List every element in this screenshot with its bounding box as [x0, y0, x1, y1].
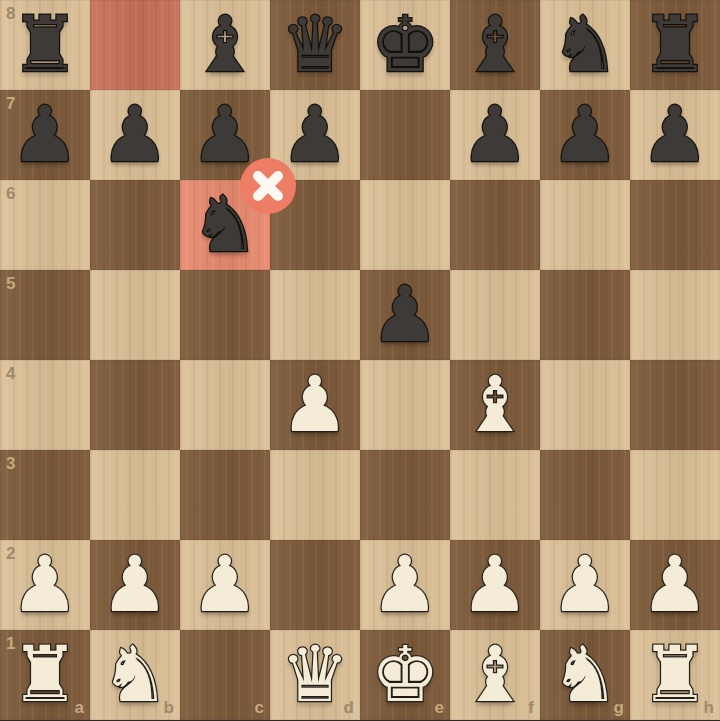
square-h3[interactable] [630, 450, 720, 540]
piece-white-pawn[interactable]: ♟ [270, 360, 360, 450]
square-g7[interactable]: ♟ [540, 90, 630, 180]
square-f3[interactable] [450, 450, 540, 540]
rank-label-7: 7 [6, 94, 15, 114]
piece-white-pawn[interactable]: ♟ [630, 540, 720, 630]
square-b4[interactable] [90, 360, 180, 450]
piece-white-pawn[interactable]: ♟ [360, 540, 450, 630]
square-f7[interactable]: ♟ [450, 90, 540, 180]
piece-white-pawn[interactable]: ♟ [90, 540, 180, 630]
cancel-x-icon [240, 158, 296, 214]
piece-white-bishop[interactable]: ♝ [450, 630, 540, 720]
square-e7[interactable] [360, 90, 450, 180]
square-b8[interactable] [90, 0, 180, 90]
square-b1[interactable]: ♞b [90, 630, 180, 720]
square-a6[interactable]: 6 [0, 180, 90, 270]
square-g3[interactable] [540, 450, 630, 540]
piece-white-pawn[interactable]: ♟ [540, 540, 630, 630]
file-label-f: f [528, 698, 534, 718]
square-e2[interactable]: ♟ [360, 540, 450, 630]
file-label-c: c [255, 698, 264, 718]
file-label-h: h [704, 698, 714, 718]
chess-app-window: ♜8♝♛♚♝♞♜♟7♟♟♟♟♟♟6♞5♟4♟♝3♟2♟♟♟♟♟♟♜1a♞bc♛d… [0, 0, 720, 721]
file-label-d: d [344, 698, 354, 718]
square-e5[interactable]: ♟ [360, 270, 450, 360]
square-d3[interactable] [270, 450, 360, 540]
square-f2[interactable]: ♟ [450, 540, 540, 630]
square-h8[interactable]: ♜ [630, 0, 720, 90]
square-c2[interactable]: ♟ [180, 540, 270, 630]
file-label-a: a [75, 698, 84, 718]
square-a4[interactable]: 4 [0, 360, 90, 450]
square-e3[interactable] [360, 450, 450, 540]
square-a7[interactable]: ♟7 [0, 90, 90, 180]
piece-white-bishop[interactable]: ♝ [450, 360, 540, 450]
piece-black-pawn[interactable]: ♟ [360, 270, 450, 360]
piece-black-knight[interactable]: ♞ [540, 0, 630, 90]
piece-white-pawn[interactable]: ♟ [180, 540, 270, 630]
square-b7[interactable]: ♟ [90, 90, 180, 180]
square-c4[interactable] [180, 360, 270, 450]
square-h1[interactable]: ♜h [630, 630, 720, 720]
rank-label-5: 5 [6, 274, 15, 294]
square-e8[interactable]: ♚ [360, 0, 450, 90]
square-f6[interactable] [450, 180, 540, 270]
square-g1[interactable]: ♞g [540, 630, 630, 720]
square-h2[interactable]: ♟ [630, 540, 720, 630]
square-g5[interactable] [540, 270, 630, 360]
square-h6[interactable] [630, 180, 720, 270]
square-c3[interactable] [180, 450, 270, 540]
file-label-e: e [435, 698, 444, 718]
square-d2[interactable] [270, 540, 360, 630]
rank-label-3: 3 [6, 454, 15, 474]
square-e4[interactable] [360, 360, 450, 450]
square-h7[interactable]: ♟ [630, 90, 720, 180]
square-a8[interactable]: ♜8 [0, 0, 90, 90]
square-b5[interactable] [90, 270, 180, 360]
square-c8[interactable]: ♝ [180, 0, 270, 90]
cancel-premove-button[interactable] [240, 158, 296, 214]
square-b6[interactable] [90, 180, 180, 270]
square-a1[interactable]: ♜1a [0, 630, 90, 720]
square-b2[interactable]: ♟ [90, 540, 180, 630]
square-f1[interactable]: ♝f [450, 630, 540, 720]
piece-black-pawn[interactable]: ♟ [450, 90, 540, 180]
square-g2[interactable]: ♟ [540, 540, 630, 630]
square-b3[interactable] [90, 450, 180, 540]
rank-label-6: 6 [6, 184, 15, 204]
piece-white-pawn[interactable]: ♟ [450, 540, 540, 630]
square-h4[interactable] [630, 360, 720, 450]
piece-black-queen[interactable]: ♛ [270, 0, 360, 90]
square-d4[interactable]: ♟ [270, 360, 360, 450]
square-f5[interactable] [450, 270, 540, 360]
rank-label-4: 4 [6, 364, 15, 384]
piece-black-rook[interactable]: ♜ [630, 0, 720, 90]
piece-black-pawn[interactable]: ♟ [540, 90, 630, 180]
square-d1[interactable]: ♛d [270, 630, 360, 720]
square-g8[interactable]: ♞ [540, 0, 630, 90]
square-e6[interactable] [360, 180, 450, 270]
square-g4[interactable] [540, 360, 630, 450]
file-label-g: g [614, 698, 624, 718]
square-f8[interactable]: ♝ [450, 0, 540, 90]
square-c5[interactable] [180, 270, 270, 360]
square-d5[interactable] [270, 270, 360, 360]
chess-board: ♜8♝♛♚♝♞♜♟7♟♟♟♟♟♟6♞5♟4♟♝3♟2♟♟♟♟♟♟♜1a♞bc♛d… [0, 0, 720, 720]
square-d8[interactable]: ♛ [270, 0, 360, 90]
piece-black-bishop[interactable]: ♝ [180, 0, 270, 90]
square-e1[interactable]: ♚e [360, 630, 450, 720]
square-c1[interactable]: c [180, 630, 270, 720]
rank-label-8: 8 [6, 4, 15, 24]
rank-label-1: 1 [6, 634, 15, 654]
rank-label-2: 2 [6, 544, 15, 564]
square-a5[interactable]: 5 [0, 270, 90, 360]
file-label-b: b [164, 698, 174, 718]
square-f4[interactable]: ♝ [450, 360, 540, 450]
square-a2[interactable]: ♟2 [0, 540, 90, 630]
square-g6[interactable] [540, 180, 630, 270]
square-h5[interactable] [630, 270, 720, 360]
piece-black-bishop[interactable]: ♝ [450, 0, 540, 90]
square-a3[interactable]: 3 [0, 450, 90, 540]
piece-black-pawn[interactable]: ♟ [630, 90, 720, 180]
piece-black-king[interactable]: ♚ [360, 0, 450, 90]
piece-black-pawn[interactable]: ♟ [90, 90, 180, 180]
